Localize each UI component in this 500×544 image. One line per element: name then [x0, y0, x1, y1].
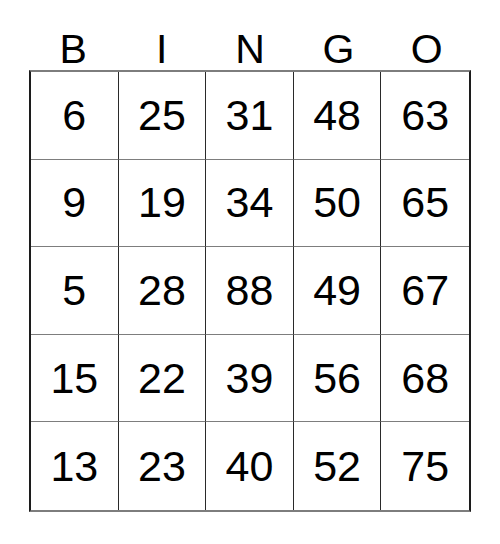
column-letter-n: N	[206, 18, 294, 70]
bingo-cell-r4c2[interactable]: 22	[119, 335, 207, 423]
bingo-cell-r2c5[interactable]: 65	[381, 160, 469, 248]
bingo-cell-r2c4[interactable]: 50	[294, 160, 382, 248]
bingo-cell-r3c4[interactable]: 49	[294, 247, 382, 335]
bingo-cell-r3c3[interactable]: 88	[206, 247, 294, 335]
column-letter-g: G	[294, 18, 382, 70]
bingo-cell-r3c5[interactable]: 67	[381, 247, 469, 335]
bingo-cell-r4c5[interactable]: 68	[381, 335, 469, 423]
bingo-cell-r4c1[interactable]: 15	[31, 335, 119, 423]
bingo-cell-r2c2[interactable]: 19	[119, 160, 207, 248]
bingo-cell-r5c2[interactable]: 23	[119, 422, 207, 510]
bingo-cell-r1c1[interactable]: 6	[31, 72, 119, 160]
column-letter-o: O	[383, 18, 471, 70]
bingo-cell-r5c3[interactable]: 40	[206, 422, 294, 510]
column-letter-i: I	[117, 18, 205, 70]
bingo-cell-r3c2[interactable]: 28	[119, 247, 207, 335]
bingo-cell-r4c4[interactable]: 56	[294, 335, 382, 423]
bingo-cell-r1c5[interactable]: 63	[381, 72, 469, 160]
bingo-cell-r5c1[interactable]: 13	[31, 422, 119, 510]
bingo-cell-r3c1[interactable]: 5	[31, 247, 119, 335]
bingo-cell-r5c4[interactable]: 52	[294, 422, 382, 510]
bingo-cell-r1c4[interactable]: 48	[294, 72, 382, 160]
bingo-card: B I N G O 6 25 31 48 63 9 19 34 50 65 5 …	[0, 0, 500, 544]
bingo-cell-r1c3[interactable]: 31	[206, 72, 294, 160]
bingo-cell-r5c5[interactable]: 75	[381, 422, 469, 510]
bingo-cell-r2c1[interactable]: 9	[31, 160, 119, 248]
bingo-grid: 6 25 31 48 63 9 19 34 50 65 5 28 88 49 6…	[29, 70, 471, 512]
bingo-cell-r4c3[interactable]: 39	[206, 335, 294, 423]
bingo-header: B I N G O	[29, 18, 471, 70]
column-letter-b: B	[29, 18, 117, 70]
bingo-cell-r1c2[interactable]: 25	[119, 72, 207, 160]
bingo-cell-r2c3[interactable]: 34	[206, 160, 294, 248]
